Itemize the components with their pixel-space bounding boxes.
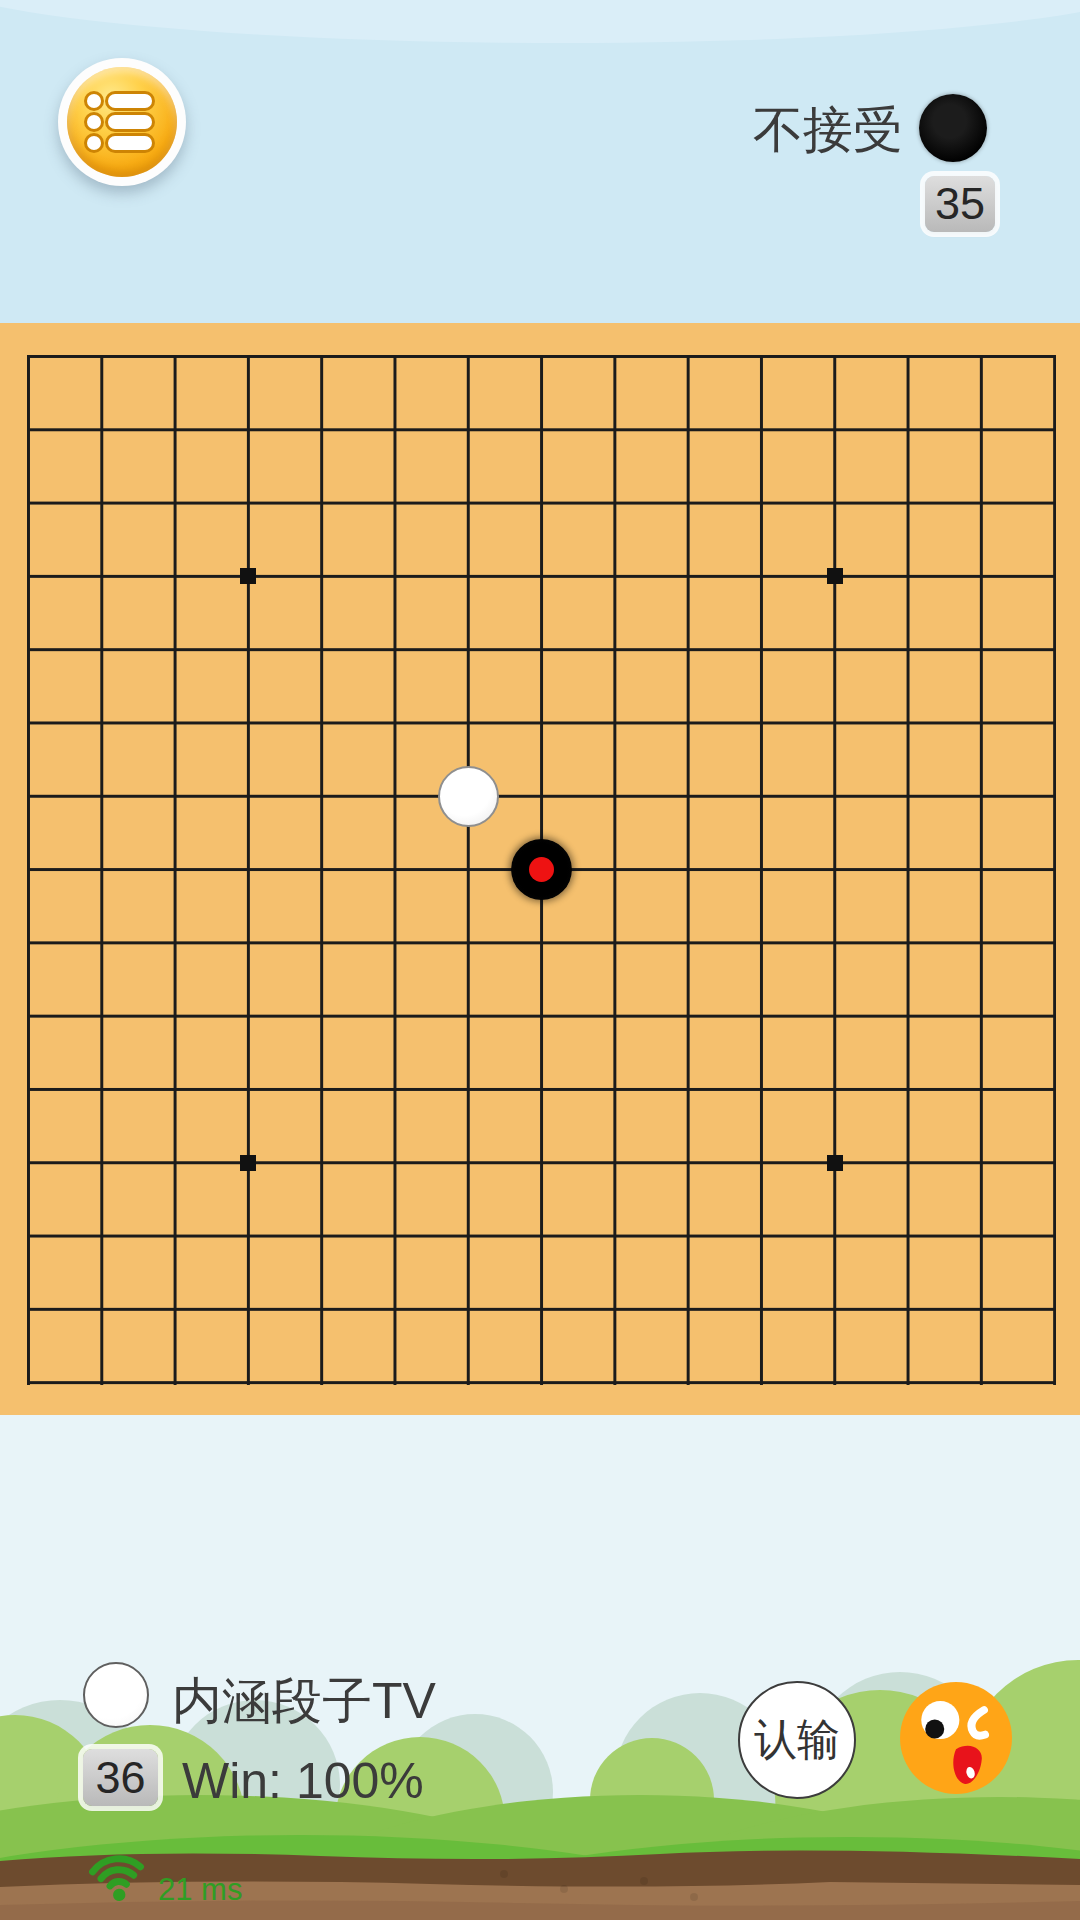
latency-text: 21 ms: [158, 1872, 242, 1908]
wink-tongue-emoji-icon: [900, 1682, 1012, 1794]
sky-wave-band: [0, 0, 1080, 43]
star-point: [240, 1155, 256, 1171]
hills-background: [0, 1415, 1080, 1920]
wifi-icon: [83, 1841, 153, 1905]
star-point: [240, 568, 256, 584]
emoji-button[interactable]: [900, 1682, 1012, 1794]
star-point: [827, 1155, 843, 1171]
goban-board[interactable]: [0, 323, 1080, 1415]
list-menu-icon: [67, 67, 177, 177]
player-white-stone-avatar: [83, 1662, 149, 1728]
player-timer-badge: 36: [83, 1749, 158, 1806]
opponent-black-stone-avatar: [919, 94, 987, 162]
stone-black: [511, 839, 572, 900]
game-screen: 不接受 35 内涵段子TV: [0, 0, 1080, 1920]
opponent-name: 不接受: [753, 97, 903, 164]
resign-button[interactable]: 认输: [738, 1681, 856, 1799]
player-win-rate: Win: 100%: [182, 1752, 424, 1810]
star-point: [827, 568, 843, 584]
menu-button[interactable]: [58, 58, 186, 186]
last-move-marker: [529, 857, 554, 882]
player-name: 内涵段子TV: [172, 1668, 436, 1735]
resign-label: 认输: [754, 1711, 840, 1769]
stone-white: [438, 766, 499, 827]
opponent-timer-badge: 35: [925, 176, 995, 232]
